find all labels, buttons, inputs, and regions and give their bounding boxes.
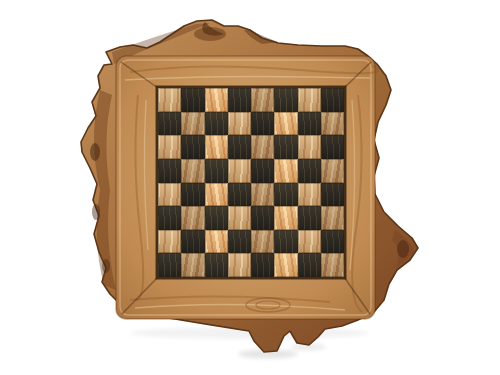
square-a6[interactable] xyxy=(158,135,181,159)
square-e4[interactable] xyxy=(251,183,274,207)
square-b3[interactable] xyxy=(181,206,204,230)
square-a2[interactable] xyxy=(158,230,181,254)
square-d5[interactable] xyxy=(228,159,251,183)
square-c7[interactable] xyxy=(205,112,228,136)
square-h3[interactable] xyxy=(321,206,344,230)
square-h5[interactable] xyxy=(321,159,344,183)
square-f6[interactable] xyxy=(274,135,297,159)
square-c4[interactable] xyxy=(205,183,228,207)
square-f3[interactable] xyxy=(274,206,297,230)
square-c3[interactable] xyxy=(205,206,228,230)
square-f4[interactable] xyxy=(274,183,297,207)
square-f7[interactable] xyxy=(274,112,297,136)
square-a4[interactable] xyxy=(158,183,181,207)
square-e2[interactable] xyxy=(251,230,274,254)
square-e7[interactable] xyxy=(251,112,274,136)
square-d3[interactable] xyxy=(228,206,251,230)
square-a7[interactable] xyxy=(158,112,181,136)
square-b4[interactable] xyxy=(181,183,204,207)
square-a1[interactable] xyxy=(158,253,181,277)
square-g4[interactable] xyxy=(298,183,321,207)
square-f5[interactable] xyxy=(274,159,297,183)
square-d7[interactable] xyxy=(228,112,251,136)
square-h2[interactable] xyxy=(321,230,344,254)
square-g3[interactable] xyxy=(298,206,321,230)
square-a8[interactable] xyxy=(158,88,181,112)
square-g8[interactable] xyxy=(298,88,321,112)
square-c5[interactable] xyxy=(205,159,228,183)
chess-board[interactable] xyxy=(158,88,344,277)
square-c1[interactable] xyxy=(205,253,228,277)
square-h7[interactable] xyxy=(321,112,344,136)
product-photo-canvas xyxy=(0,0,500,375)
square-b8[interactable] xyxy=(181,88,204,112)
square-a5[interactable] xyxy=(158,159,181,183)
square-b2[interactable] xyxy=(181,230,204,254)
square-e6[interactable] xyxy=(251,135,274,159)
square-h1[interactable] xyxy=(321,253,344,277)
square-c6[interactable] xyxy=(205,135,228,159)
square-d2[interactable] xyxy=(228,230,251,254)
square-g7[interactable] xyxy=(298,112,321,136)
square-c8[interactable] xyxy=(205,88,228,112)
square-d8[interactable] xyxy=(228,88,251,112)
square-f2[interactable] xyxy=(274,230,297,254)
square-c2[interactable] xyxy=(205,230,228,254)
square-f8[interactable] xyxy=(274,88,297,112)
square-g1[interactable] xyxy=(298,253,321,277)
square-d6[interactable] xyxy=(228,135,251,159)
square-e3[interactable] xyxy=(251,206,274,230)
square-b1[interactable] xyxy=(181,253,204,277)
square-e5[interactable] xyxy=(251,159,274,183)
square-e1[interactable] xyxy=(251,253,274,277)
square-e8[interactable] xyxy=(251,88,274,112)
square-g5[interactable] xyxy=(298,159,321,183)
square-g2[interactable] xyxy=(298,230,321,254)
square-d1[interactable] xyxy=(228,253,251,277)
square-h6[interactable] xyxy=(321,135,344,159)
square-b6[interactable] xyxy=(181,135,204,159)
square-a3[interactable] xyxy=(158,206,181,230)
square-f1[interactable] xyxy=(274,253,297,277)
square-h8[interactable] xyxy=(321,88,344,112)
square-b5[interactable] xyxy=(181,159,204,183)
square-d4[interactable] xyxy=(228,183,251,207)
square-h4[interactable] xyxy=(321,183,344,207)
square-b7[interactable] xyxy=(181,112,204,136)
square-g6[interactable] xyxy=(298,135,321,159)
